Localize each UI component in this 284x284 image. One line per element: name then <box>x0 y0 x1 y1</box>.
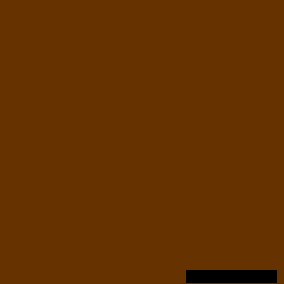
chess-board-frame <box>0 0 284 284</box>
chessgames-watermark <box>186 270 277 283</box>
file-labels <box>14 0 274 14</box>
chess-board <box>14 14 274 270</box>
rank-labels <box>0 14 14 270</box>
